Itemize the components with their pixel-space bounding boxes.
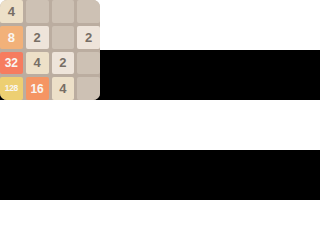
tile-8: 8: [0, 26, 23, 49]
tile-4: 4: [0, 0, 23, 23]
empty-cell: [26, 0, 49, 23]
empty-cell: [77, 77, 100, 100]
tile-4: 4: [52, 77, 75, 100]
tile-4: 4: [26, 52, 49, 75]
empty-cell: [52, 0, 75, 23]
tile-32: 32: [0, 52, 23, 75]
empty-cell: [52, 26, 75, 49]
empty-cell: [77, 52, 100, 75]
tile-128: 128: [0, 77, 23, 100]
tile-2: 2: [26, 26, 49, 49]
tile-2: 2: [77, 26, 100, 49]
tile-2: 2: [52, 52, 75, 75]
tile-16: 16: [26, 77, 49, 100]
empty-cell: [77, 0, 100, 23]
board-grid[interactable]: 48223242128164: [0, 0, 100, 100]
